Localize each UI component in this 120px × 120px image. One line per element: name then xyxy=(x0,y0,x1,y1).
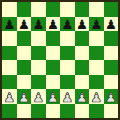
white-pawn[interactable]: ♟ xyxy=(32,90,44,103)
square-d5[interactable] xyxy=(46,46,61,61)
square-d6[interactable] xyxy=(46,31,61,46)
square-b4[interactable] xyxy=(17,60,32,75)
black-pawn[interactable]: ♟ xyxy=(32,18,44,31)
square-a2[interactable]: ♟ xyxy=(2,89,17,104)
white-pawn[interactable]: ♟ xyxy=(76,90,88,103)
white-pawn[interactable]: ♟ xyxy=(18,90,30,103)
white-pawn[interactable]: ♟ xyxy=(105,90,117,103)
white-pawn[interactable]: ♟ xyxy=(61,90,73,103)
square-g3[interactable] xyxy=(89,75,104,90)
square-b1[interactable] xyxy=(17,104,32,119)
square-f7[interactable]: ♟ xyxy=(75,17,90,32)
white-pawn[interactable]: ♟ xyxy=(47,90,59,103)
square-e5[interactable] xyxy=(60,46,75,61)
square-f2[interactable]: ♟ xyxy=(75,89,90,104)
black-pawn[interactable]: ♟ xyxy=(76,18,88,31)
black-pawn[interactable]: ♟ xyxy=(90,18,102,31)
square-c7[interactable]: ♟ xyxy=(31,17,46,32)
square-h8[interactable] xyxy=(104,2,119,17)
black-pawn[interactable]: ♟ xyxy=(47,18,59,31)
square-d2[interactable]: ♟ xyxy=(46,89,61,104)
square-f1[interactable] xyxy=(75,104,90,119)
chess-board: ♟♟♟♟♟♟♟♟♟♟♟♟♟♟♟♟ xyxy=(0,0,120,120)
square-g1[interactable] xyxy=(89,104,104,119)
square-b8[interactable] xyxy=(17,2,32,17)
square-a1[interactable] xyxy=(2,104,17,119)
square-f8[interactable] xyxy=(75,2,90,17)
square-f5[interactable] xyxy=(75,46,90,61)
square-f3[interactable] xyxy=(75,75,90,90)
square-h4[interactable] xyxy=(104,60,119,75)
square-e8[interactable] xyxy=(60,2,75,17)
black-pawn[interactable]: ♟ xyxy=(18,18,30,31)
square-a5[interactable] xyxy=(2,46,17,61)
square-g6[interactable] xyxy=(89,31,104,46)
square-h2[interactable]: ♟ xyxy=(104,89,119,104)
square-e4[interactable] xyxy=(60,60,75,75)
square-c2[interactable]: ♟ xyxy=(31,89,46,104)
square-b3[interactable] xyxy=(17,75,32,90)
square-g5[interactable] xyxy=(89,46,104,61)
square-b6[interactable] xyxy=(17,31,32,46)
square-h5[interactable] xyxy=(104,46,119,61)
black-pawn[interactable]: ♟ xyxy=(3,18,15,31)
white-pawn[interactable]: ♟ xyxy=(3,90,15,103)
square-e1[interactable] xyxy=(60,104,75,119)
square-g4[interactable] xyxy=(89,60,104,75)
square-h6[interactable] xyxy=(104,31,119,46)
square-g8[interactable] xyxy=(89,2,104,17)
square-a4[interactable] xyxy=(2,60,17,75)
square-h1[interactable] xyxy=(104,104,119,119)
square-e3[interactable] xyxy=(60,75,75,90)
square-d1[interactable] xyxy=(46,104,61,119)
square-a8[interactable] xyxy=(2,2,17,17)
square-d4[interactable] xyxy=(46,60,61,75)
square-c1[interactable] xyxy=(31,104,46,119)
square-c6[interactable] xyxy=(31,31,46,46)
black-pawn[interactable]: ♟ xyxy=(105,18,117,31)
square-c8[interactable] xyxy=(31,2,46,17)
square-b7[interactable]: ♟ xyxy=(17,17,32,32)
square-e6[interactable] xyxy=(60,31,75,46)
square-d8[interactable] xyxy=(46,2,61,17)
square-h3[interactable] xyxy=(104,75,119,90)
square-c5[interactable] xyxy=(31,46,46,61)
square-b5[interactable] xyxy=(17,46,32,61)
square-g7[interactable]: ♟ xyxy=(89,17,104,32)
square-f4[interactable] xyxy=(75,60,90,75)
square-f6[interactable] xyxy=(75,31,90,46)
square-c4[interactable] xyxy=(31,60,46,75)
square-e7[interactable]: ♟ xyxy=(60,17,75,32)
square-c3[interactable] xyxy=(31,75,46,90)
white-pawn[interactable]: ♟ xyxy=(90,90,102,103)
square-a6[interactable] xyxy=(2,31,17,46)
square-g2[interactable]: ♟ xyxy=(89,89,104,104)
square-h7[interactable]: ♟ xyxy=(104,17,119,32)
square-a7[interactable]: ♟ xyxy=(2,17,17,32)
square-d7[interactable]: ♟ xyxy=(46,17,61,32)
square-a3[interactable] xyxy=(2,75,17,90)
square-d3[interactable] xyxy=(46,75,61,90)
square-b2[interactable]: ♟ xyxy=(17,89,32,104)
square-e2[interactable]: ♟ xyxy=(60,89,75,104)
black-pawn[interactable]: ♟ xyxy=(61,18,73,31)
